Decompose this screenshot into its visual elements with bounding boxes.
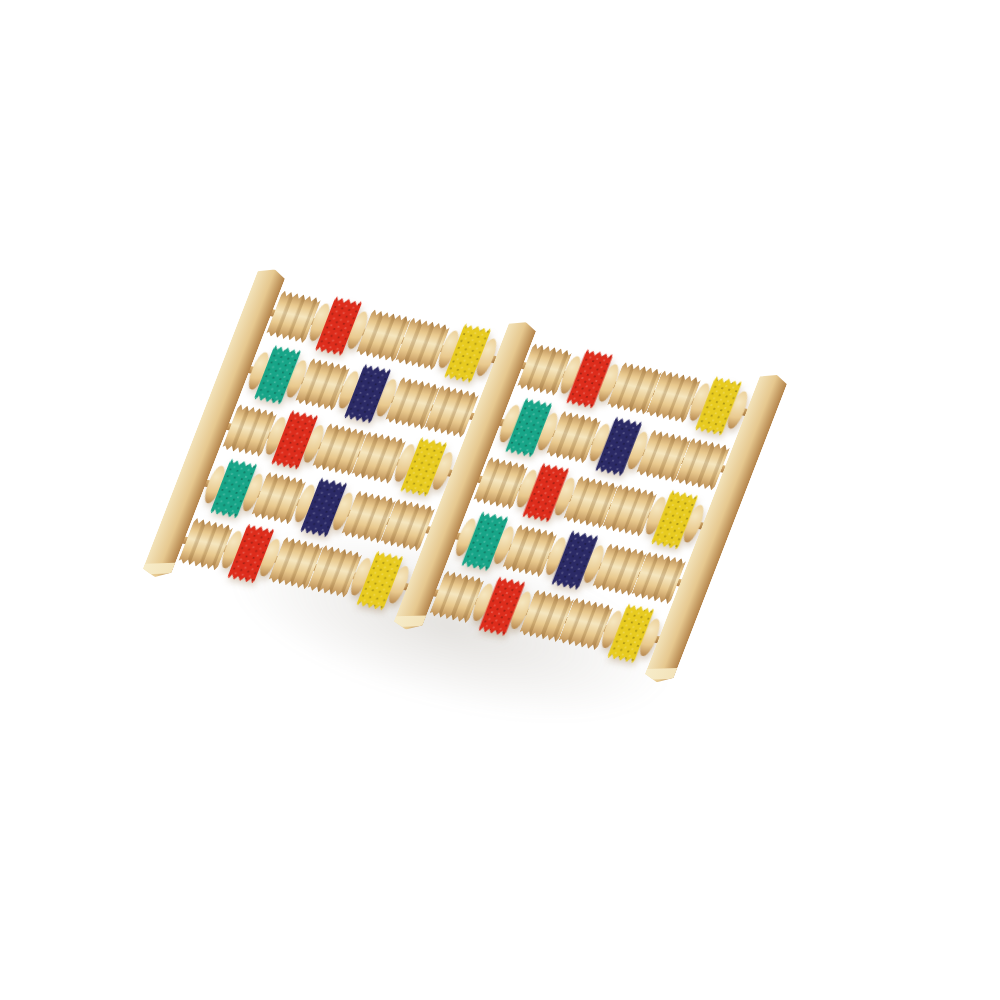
product-photo [0,0,1000,1000]
